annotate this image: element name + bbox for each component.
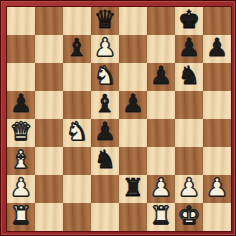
square-d6[interactable]: ♞ <box>91 63 119 91</box>
square-d5[interactable]: ♝ <box>91 91 119 119</box>
square-f3[interactable] <box>147 147 175 175</box>
black-knight-icon: ♞ <box>94 147 116 174</box>
square-e5[interactable]: ♟ <box>119 91 147 119</box>
black-bishop-icon: ♝ <box>66 35 88 62</box>
square-a3[interactable]: ♝ <box>7 147 35 175</box>
square-d4[interactable]: ♟ <box>91 119 119 147</box>
white-pawn-icon: ♟ <box>10 175 32 202</box>
square-b6[interactable] <box>35 63 63 91</box>
square-a7[interactable] <box>7 35 35 63</box>
square-h6[interactable] <box>203 63 231 91</box>
square-f4[interactable] <box>147 119 175 147</box>
black-queen-icon: ♛ <box>94 7 116 34</box>
square-g1[interactable]: ♚ <box>175 203 203 231</box>
square-b8[interactable] <box>35 7 63 35</box>
square-d8[interactable]: ♛ <box>91 7 119 35</box>
square-b7[interactable] <box>35 35 63 63</box>
black-king-icon: ♚ <box>178 7 200 34</box>
square-a8[interactable] <box>7 7 35 35</box>
white-bishop-icon: ♝ <box>10 147 32 174</box>
square-f7[interactable] <box>147 35 175 63</box>
square-e2[interactable]: ♜ <box>119 175 147 203</box>
black-pawn-icon: ♟ <box>122 91 144 118</box>
white-pawn-icon: ♟ <box>150 175 172 202</box>
square-f5[interactable] <box>147 91 175 119</box>
board-frame: ♛♚♝♟♟♟♞♟♞♟♝♟♛♞♟♝♞♟♜♟♟♟♜♜♚ <box>0 0 236 236</box>
square-f6[interactable]: ♟ <box>147 63 175 91</box>
square-e3[interactable] <box>119 147 147 175</box>
square-f8[interactable] <box>147 7 175 35</box>
square-c1[interactable] <box>63 203 91 231</box>
square-e4[interactable] <box>119 119 147 147</box>
square-c7[interactable]: ♝ <box>63 35 91 63</box>
square-h8[interactable] <box>203 7 231 35</box>
square-e6[interactable] <box>119 63 147 91</box>
white-pawn-icon: ♟ <box>94 35 116 62</box>
square-b5[interactable] <box>35 91 63 119</box>
square-h1[interactable] <box>203 203 231 231</box>
white-knight-icon: ♞ <box>66 119 88 146</box>
square-e8[interactable] <box>119 7 147 35</box>
white-pawn-icon: ♟ <box>206 175 228 202</box>
white-rook-icon: ♜ <box>150 203 172 230</box>
black-bishop-icon: ♝ <box>94 91 116 118</box>
square-a5[interactable]: ♟ <box>7 91 35 119</box>
square-f1[interactable]: ♜ <box>147 203 175 231</box>
square-b3[interactable] <box>35 147 63 175</box>
square-c6[interactable] <box>63 63 91 91</box>
square-e1[interactable] <box>119 203 147 231</box>
square-h5[interactable] <box>203 91 231 119</box>
black-pawn-icon: ♟ <box>94 119 116 146</box>
square-a6[interactable] <box>7 63 35 91</box>
black-pawn-icon: ♟ <box>178 35 200 62</box>
square-g7[interactable]: ♟ <box>175 35 203 63</box>
square-b1[interactable] <box>35 203 63 231</box>
square-g8[interactable]: ♚ <box>175 7 203 35</box>
square-d1[interactable] <box>91 203 119 231</box>
white-king-icon: ♚ <box>178 203 200 230</box>
square-c5[interactable] <box>63 91 91 119</box>
square-h7[interactable]: ♟ <box>203 35 231 63</box>
white-rook-icon: ♜ <box>10 203 32 230</box>
square-c3[interactable] <box>63 147 91 175</box>
square-h4[interactable] <box>203 119 231 147</box>
white-pawn-icon: ♟ <box>178 175 200 202</box>
square-c8[interactable] <box>63 7 91 35</box>
square-a2[interactable]: ♟ <box>7 175 35 203</box>
black-pawn-icon: ♟ <box>206 35 228 62</box>
square-a1[interactable]: ♜ <box>7 203 35 231</box>
black-rook-icon: ♜ <box>122 175 144 202</box>
square-h2[interactable]: ♟ <box>203 175 231 203</box>
square-g3[interactable] <box>175 147 203 175</box>
square-g5[interactable] <box>175 91 203 119</box>
white-queen-icon: ♛ <box>10 119 32 146</box>
square-g2[interactable]: ♟ <box>175 175 203 203</box>
square-d2[interactable] <box>91 175 119 203</box>
square-d7[interactable]: ♟ <box>91 35 119 63</box>
black-knight-icon: ♞ <box>178 63 200 90</box>
chess-board: ♛♚♝♟♟♟♞♟♞♟♝♟♛♞♟♝♞♟♜♟♟♟♜♜♚ <box>7 7 231 231</box>
square-e7[interactable] <box>119 35 147 63</box>
square-c4[interactable]: ♞ <box>63 119 91 147</box>
square-c2[interactable] <box>63 175 91 203</box>
black-pawn-icon: ♟ <box>150 63 172 90</box>
square-a4[interactable]: ♛ <box>7 119 35 147</box>
square-f2[interactable]: ♟ <box>147 175 175 203</box>
square-b4[interactable] <box>35 119 63 147</box>
square-g4[interactable] <box>175 119 203 147</box>
square-h3[interactable] <box>203 147 231 175</box>
white-knight-icon: ♞ <box>94 63 116 90</box>
square-g6[interactable]: ♞ <box>175 63 203 91</box>
square-d3[interactable]: ♞ <box>91 147 119 175</box>
square-b2[interactable] <box>35 175 63 203</box>
black-pawn-icon: ♟ <box>10 91 32 118</box>
